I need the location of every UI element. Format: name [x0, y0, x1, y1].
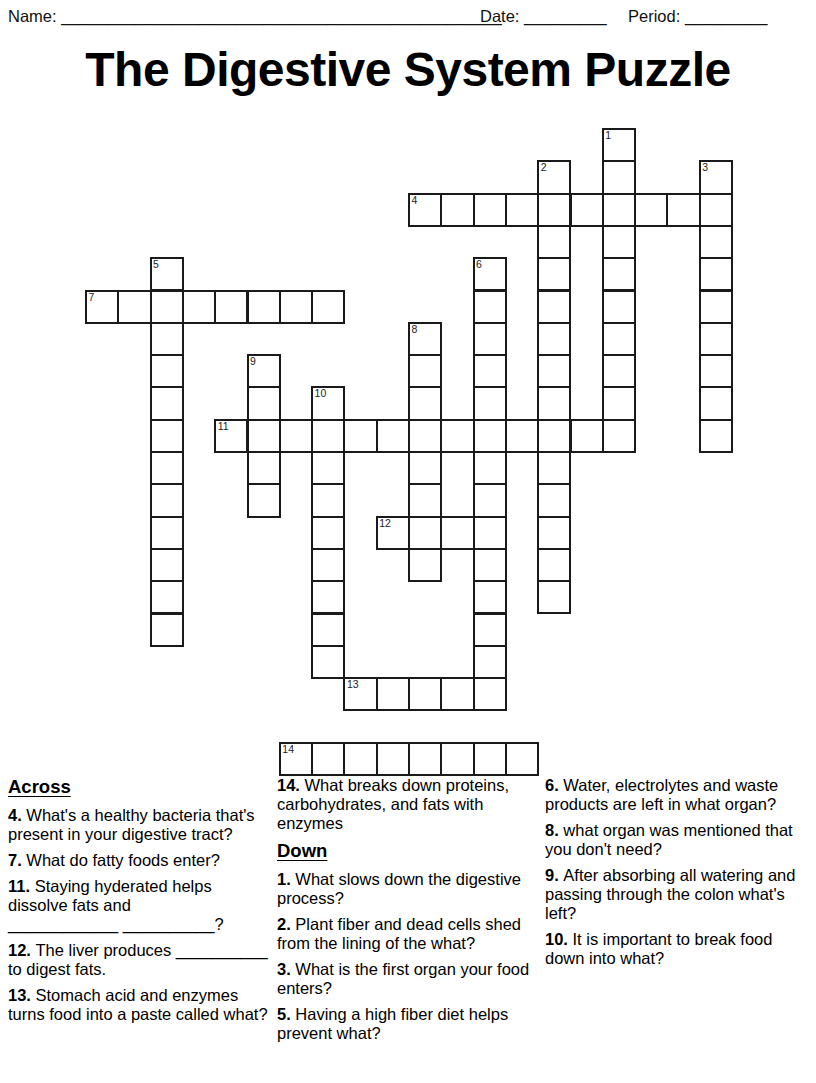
grid-cell-r1c16[interactable] [602, 160, 636, 194]
clue-number-10: 10 [315, 387, 327, 399]
clue-number-13: 13 [347, 678, 359, 690]
clue-7-text: What do fatty foods enter? [26, 851, 220, 869]
across-clues-middle: 14. What breaks down proteins, carbohydr… [277, 776, 541, 833]
clue-9-number: 9. [545, 866, 563, 884]
grid-cell-r9c6[interactable] [279, 419, 313, 453]
clue-2-text: Plant fiber and dead cells shed from the… [277, 915, 521, 952]
clue-number-1: 1 [605, 129, 611, 141]
grid-cell-r13c14[interactable] [537, 548, 571, 582]
grid-cell-r8c5[interactable] [247, 386, 281, 420]
grid-cell-r13c7[interactable] [311, 548, 345, 582]
clue-6-number: 6. [545, 776, 563, 794]
grid-cell-r9c7[interactable] [311, 419, 345, 453]
grid-cell-r5c12[interactable] [473, 290, 507, 324]
grid-cell-r10c2[interactable] [150, 451, 184, 485]
grid-cell-r8c12[interactable] [473, 386, 507, 420]
grid-cell-r7c10[interactable] [408, 354, 442, 388]
grid-cell-r2c13[interactable] [505, 193, 539, 227]
grid-cell-r11c10[interactable] [408, 483, 442, 517]
grid-cell-r8c10[interactable] [408, 386, 442, 420]
page-title: The Digestive System Puzzle [0, 44, 816, 97]
grid-cell-r7c19[interactable] [699, 354, 733, 388]
grid-cell-r13c2[interactable] [150, 548, 184, 582]
grid-cell-r5c5[interactable] [247, 290, 281, 324]
grid-cell-r4c12[interactable]: 6 [473, 257, 507, 291]
grid-cell-r9c4[interactable]: 11 [214, 419, 248, 453]
grid-cell-r3c14[interactable] [537, 225, 571, 259]
grid-cell-r14c12[interactable] [473, 580, 507, 614]
grid-cell-r9c2[interactable] [150, 419, 184, 453]
clue-number-7: 7 [89, 291, 95, 303]
grid-cell-r5c2[interactable] [150, 290, 184, 324]
grid-cell-r7c5[interactable]: 9 [247, 354, 281, 388]
clue-11-text: Staying hyderated helps dissolve fats an… [8, 877, 224, 933]
clue-5-down: 5. Having a high fiber diet helps preven… [277, 1005, 541, 1043]
grid-cell-r5c1[interactable] [117, 290, 151, 324]
clue-14-text: What breaks down proteins, carbohydrates… [277, 776, 509, 832]
grid-cell-r2c18[interactable] [666, 193, 700, 227]
across-heading: Across [8, 776, 268, 797]
crossword-grid: 1234567891011121314 [85, 128, 735, 778]
grid-cell-r15c2[interactable] [150, 613, 184, 647]
grid-cell-r14c7[interactable] [311, 580, 345, 614]
grid-cell-r19c11[interactable] [440, 742, 474, 776]
grid-cell-r16c12[interactable] [473, 645, 507, 679]
grid-cell-r11c7[interactable] [311, 483, 345, 517]
clue-1-text: What slows down the digestive process? [277, 870, 521, 907]
worksheet-header: Name: __________________________________… [0, 7, 816, 31]
grid-cell-r12c2[interactable] [150, 516, 184, 550]
grid-cell-r6c10[interactable]: 8 [408, 322, 442, 356]
clue-2-down: 2. Plant fiber and dead cells shed from … [277, 915, 541, 953]
grid-cell-r13c12[interactable] [473, 548, 507, 582]
down-clues-middle: 1. What slows down the digestive process… [277, 870, 541, 1043]
period-label: Period: [628, 7, 680, 25]
grid-cell-r13c10[interactable] [408, 548, 442, 582]
grid-cell-r4c19[interactable] [699, 257, 733, 291]
clue-1-number: 1. [277, 870, 295, 888]
clue-6-down: 6. Water, electrolytes and waste product… [545, 776, 807, 814]
clue-3-text: What is the first organ your food enters… [277, 960, 529, 997]
date-blank-line: _________ [524, 7, 607, 25]
grid-cell-r8c16[interactable] [602, 386, 636, 420]
grid-cell-r12c12[interactable] [473, 516, 507, 550]
down-heading: Down [277, 840, 541, 861]
grid-cell-r10c7[interactable] [311, 451, 345, 485]
clue-13-across: 13. Stomach acid and enzymes turns food … [8, 986, 268, 1024]
grid-cell-r10c10[interactable] [408, 451, 442, 485]
clue-number-9: 9 [250, 355, 256, 367]
grid-cell-r14c2[interactable] [150, 580, 184, 614]
clue-number-5: 5 [153, 258, 159, 270]
grid-cell-r19c10[interactable] [408, 742, 442, 776]
grid-cell-r9c13[interactable] [505, 419, 539, 453]
grid-cell-r6c12[interactable] [473, 322, 507, 356]
grid-cell-r9c16[interactable] [602, 419, 636, 453]
grid-cell-r11c14[interactable] [537, 483, 571, 517]
grid-cell-r17c12[interactable] [473, 677, 507, 711]
clue-7-across: 7. What do fatty foods enter? [8, 851, 268, 870]
grid-cell-r7c16[interactable] [602, 354, 636, 388]
name-label: Name: [8, 7, 57, 25]
period-blank-line: _________ [685, 7, 768, 25]
grid-cell-r2c12[interactable] [473, 193, 507, 227]
down-clues-right: 6. Water, electrolytes and waste product… [545, 776, 807, 968]
clue-10-down: 10. It is important to break food down i… [545, 930, 807, 968]
across-clues-left: 4. What's a healthy bacteria that's pres… [8, 806, 268, 1024]
grid-cell-r12c14[interactable] [537, 516, 571, 550]
grid-cell-r19c9[interactable] [376, 742, 410, 776]
grid-cell-r2c14[interactable] [537, 193, 571, 227]
name-blank-line: ________________________________________… [61, 7, 501, 25]
clue-number-6: 6 [476, 258, 482, 270]
grid-cell-r9c8[interactable] [343, 419, 377, 453]
grid-cell-r6c19[interactable] [699, 322, 733, 356]
grid-cell-r1c14[interactable]: 2 [537, 160, 571, 194]
grid-cell-r4c2[interactable]: 5 [150, 257, 184, 291]
clue-number-3: 3 [702, 161, 708, 173]
grid-cell-r6c16[interactable] [602, 322, 636, 356]
grid-cell-r17c8[interactable]: 13 [343, 677, 377, 711]
clue-14-across: 14. What breaks down proteins, carbohydr… [277, 776, 541, 833]
clue-4-number: 4. [8, 806, 26, 824]
clue-3-number: 3. [277, 960, 295, 978]
clue-number-8: 8 [412, 323, 418, 335]
grid-cell-r9c12[interactable] [473, 419, 507, 453]
grid-cell-r2c16[interactable] [602, 193, 636, 227]
grid-cell-r15c7[interactable] [311, 613, 345, 647]
grid-cell-r10c5[interactable] [247, 451, 281, 485]
clue-column-left: Across 4. What's a healthy bacteria that… [8, 776, 268, 1031]
grid-cell-r3c16[interactable] [602, 225, 636, 259]
clue-12-number: 12. [8, 941, 36, 959]
grid-cell-r0c16[interactable]: 1 [602, 128, 636, 162]
clue-column-middle: 14. What breaks down proteins, carbohydr… [277, 776, 541, 1050]
grid-cell-r5c14[interactable] [537, 290, 571, 324]
grid-cell-r9c5[interactable] [247, 419, 281, 453]
clue-5-number: 5. [277, 1005, 295, 1023]
clue-12-across: 12. The liver produces __________ to dig… [8, 941, 268, 979]
clue-14-number: 14. [277, 776, 305, 794]
clue-11-number: 11. [8, 877, 35, 895]
grid-cell-r19c13[interactable] [505, 742, 539, 776]
grid-cell-r12c11[interactable] [440, 516, 474, 550]
grid-cell-r5c19[interactable] [699, 290, 733, 324]
clue-8-number: 8. [545, 821, 563, 839]
clue-2-number: 2. [277, 915, 295, 933]
grid-cell-r8c2[interactable] [150, 386, 184, 420]
grid-cell-r6c14[interactable] [537, 322, 571, 356]
clue-13-text: Stomach acid and enzymes turns food into… [8, 986, 268, 1023]
grid-cell-r19c7[interactable] [311, 742, 345, 776]
grid-cell-r16c7[interactable] [311, 645, 345, 679]
clue-number-2: 2 [541, 161, 547, 173]
grid-cell-r19c8[interactable] [343, 742, 377, 776]
grid-cell-r12c7[interactable] [311, 516, 345, 550]
grid-cell-r1c19[interactable]: 3 [699, 160, 733, 194]
grid-cell-r2c10[interactable]: 4 [408, 193, 442, 227]
grid-cell-r12c9[interactable]: 12 [376, 516, 410, 550]
clue-9-text: After absorbing all watering and passing… [545, 866, 795, 922]
grid-cell-r10c12[interactable] [473, 451, 507, 485]
clue-number-4: 4 [412, 194, 418, 206]
grid-cell-r8c14[interactable] [537, 386, 571, 420]
clue-4-across: 4. What's a healthy bacteria that's pres… [8, 806, 268, 844]
clue-12-text: The liver produces __________ to digest … [8, 941, 268, 978]
grid-cell-r2c15[interactable] [570, 193, 604, 227]
grid-cell-r2c11[interactable] [440, 193, 474, 227]
grid-cell-r5c3[interactable] [182, 290, 216, 324]
grid-cell-r14c14[interactable] [537, 580, 571, 614]
grid-cell-r19c12[interactable] [473, 742, 507, 776]
grid-cell-r9c10[interactable] [408, 419, 442, 453]
grid-cell-r2c19[interactable] [699, 193, 733, 227]
grid-cell-r8c7[interactable]: 10 [311, 386, 345, 420]
grid-cell-r3c19[interactable] [699, 225, 733, 259]
grid-cell-r17c9[interactable] [376, 677, 410, 711]
clue-4-text: What's a healthy bacteria that's present… [8, 806, 255, 843]
grid-cell-r6c2[interactable] [150, 322, 184, 356]
grid-cell-r9c14[interactable] [537, 419, 571, 453]
clue-10-number: 10. [545, 930, 573, 948]
grid-cell-r8c19[interactable] [699, 386, 733, 420]
clue-6-text: Water, electrolytes and waste products a… [545, 776, 778, 813]
grid-cell-r11c5[interactable] [247, 483, 281, 517]
grid-cell-r12c10[interactable] [408, 516, 442, 550]
grid-cell-r17c11[interactable] [440, 677, 474, 711]
clue-13-number: 13. [8, 986, 36, 1004]
grid-cell-r5c6[interactable] [279, 290, 313, 324]
grid-cell-r7c12[interactable] [473, 354, 507, 388]
grid-cell-r9c15[interactable] [570, 419, 604, 453]
clue-9-down: 9. After absorbing all watering and pass… [545, 866, 807, 923]
grid-cell-r4c14[interactable] [537, 257, 571, 291]
clue-number-12: 12 [379, 517, 391, 529]
grid-cell-r11c12[interactable] [473, 483, 507, 517]
grid-cell-r7c14[interactable] [537, 354, 571, 388]
grid-cell-r4c16[interactable] [602, 257, 636, 291]
clue-column-right: 6. Water, electrolytes and waste product… [545, 776, 807, 975]
clue-number-14: 14 [282, 743, 294, 755]
grid-cell-r7c2[interactable] [150, 354, 184, 388]
clue-7-number: 7. [8, 851, 26, 869]
clue-5-text: Having a high fiber diet helps prevent w… [277, 1005, 508, 1042]
grid-cell-r15c12[interactable] [473, 613, 507, 647]
grid-cell-r5c7[interactable] [311, 290, 345, 324]
clue-11-across: 11. Staying hyderated helps dissolve fat… [8, 877, 268, 934]
clue-8-text: what organ was mentioned that you don't … [545, 821, 793, 858]
grid-cell-r9c9[interactable] [376, 419, 410, 453]
clue-1-down: 1. What slows down the digestive process… [277, 870, 541, 908]
clue-3-down: 3. What is the first organ your food ent… [277, 960, 541, 998]
grid-cell-r9c19[interactable] [699, 419, 733, 453]
grid-cell-r5c16[interactable] [602, 290, 636, 324]
clue-8-down: 8. what organ was mentioned that you don… [545, 821, 807, 859]
grid-cell-r19c6[interactable]: 14 [279, 742, 313, 776]
worksheet-page: { "game": "crossword", "title": "The Dig… [0, 0, 816, 1083]
grid-cell-r9c11[interactable] [440, 419, 474, 453]
grid-cell-r17c10[interactable] [408, 677, 442, 711]
grid-cell-r11c2[interactable] [150, 483, 184, 517]
clue-10-text: It is important to break food down into … [545, 930, 772, 967]
grid-cell-r5c0[interactable]: 7 [85, 290, 119, 324]
date-label: Date: [480, 7, 519, 25]
grid-cell-r2c17[interactable] [634, 193, 668, 227]
grid-cell-r5c4[interactable] [214, 290, 248, 324]
grid-cell-r10c14[interactable] [537, 451, 571, 485]
clue-number-11: 11 [218, 420, 229, 432]
